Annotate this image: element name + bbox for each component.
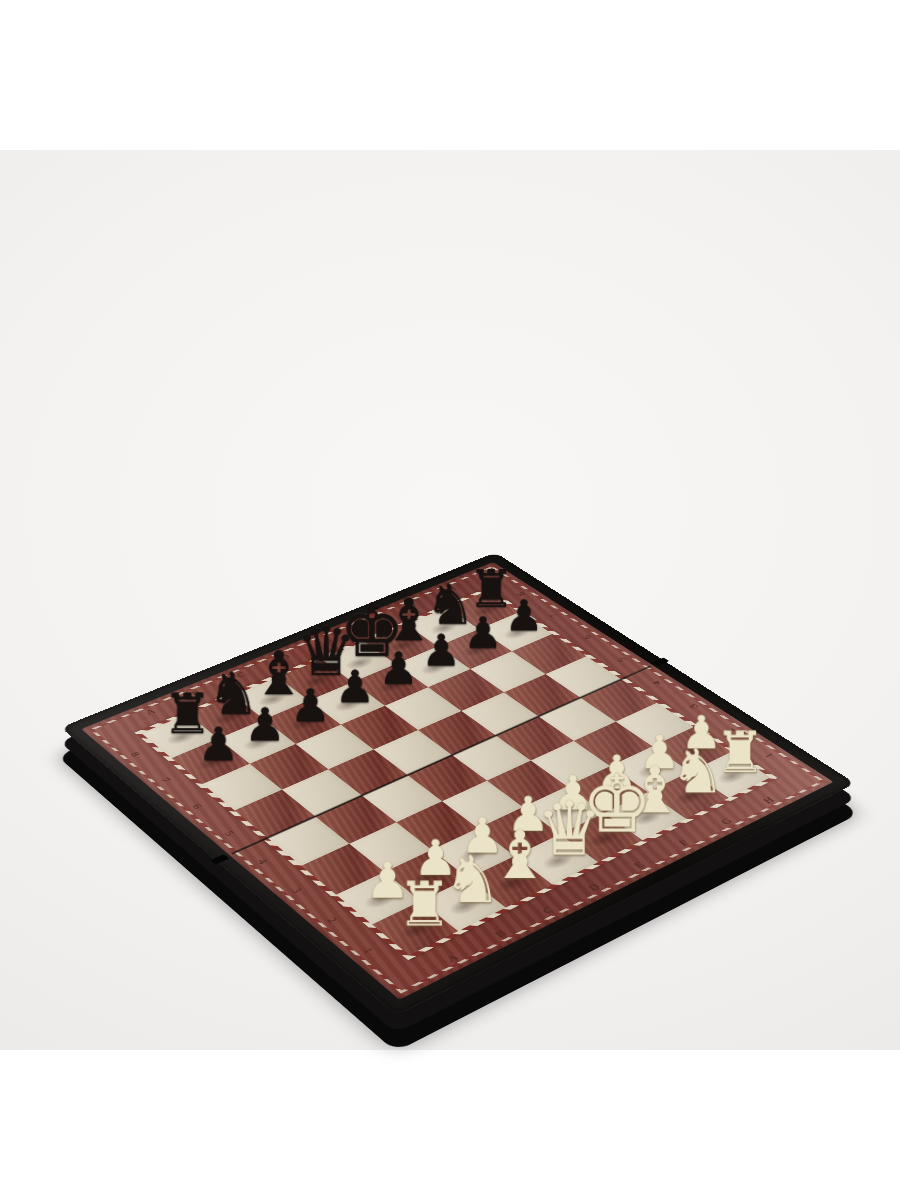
chess-set-photo: AABBCCDDEEFFGGHH1122334455667788 ♜♞♝♛♚♝♞… xyxy=(169,472,735,1038)
hinge-left xyxy=(210,854,229,865)
rank-label-left-7: 7 xyxy=(153,772,178,787)
file-label-bottom-d: D xyxy=(580,879,607,895)
file-label-bottom-b: B xyxy=(486,925,514,942)
file-label-bottom-g: G xyxy=(713,814,740,829)
rank-label-left-2: 2 xyxy=(319,911,346,928)
rank-label-left-5: 5 xyxy=(217,826,243,842)
rank-label-left-6: 6 xyxy=(185,799,210,815)
file-label-bottom-h: H xyxy=(756,793,782,808)
piece-white-rook: ♜ xyxy=(394,874,456,936)
rank-label-left-4: 4 xyxy=(250,853,276,869)
rank-label-left-1: 1 xyxy=(355,942,382,960)
rank-label-left-3: 3 xyxy=(284,882,310,899)
file-label-bottom-a: A xyxy=(438,949,466,967)
hinge-right xyxy=(652,657,669,666)
file-label-bottom-e: E xyxy=(626,857,653,873)
piece-black-pawn: ♟ xyxy=(190,721,246,767)
photo-background: AABBCCDDEEFFGGHH1122334455667788 ♜♞♝♛♚♝♞… xyxy=(0,150,900,1050)
file-label-bottom-c: C xyxy=(534,902,562,919)
file-label-bottom-f: F xyxy=(670,835,697,851)
product-screenshot: { "meta": { "description": "Overhead-ang… xyxy=(0,0,900,1200)
